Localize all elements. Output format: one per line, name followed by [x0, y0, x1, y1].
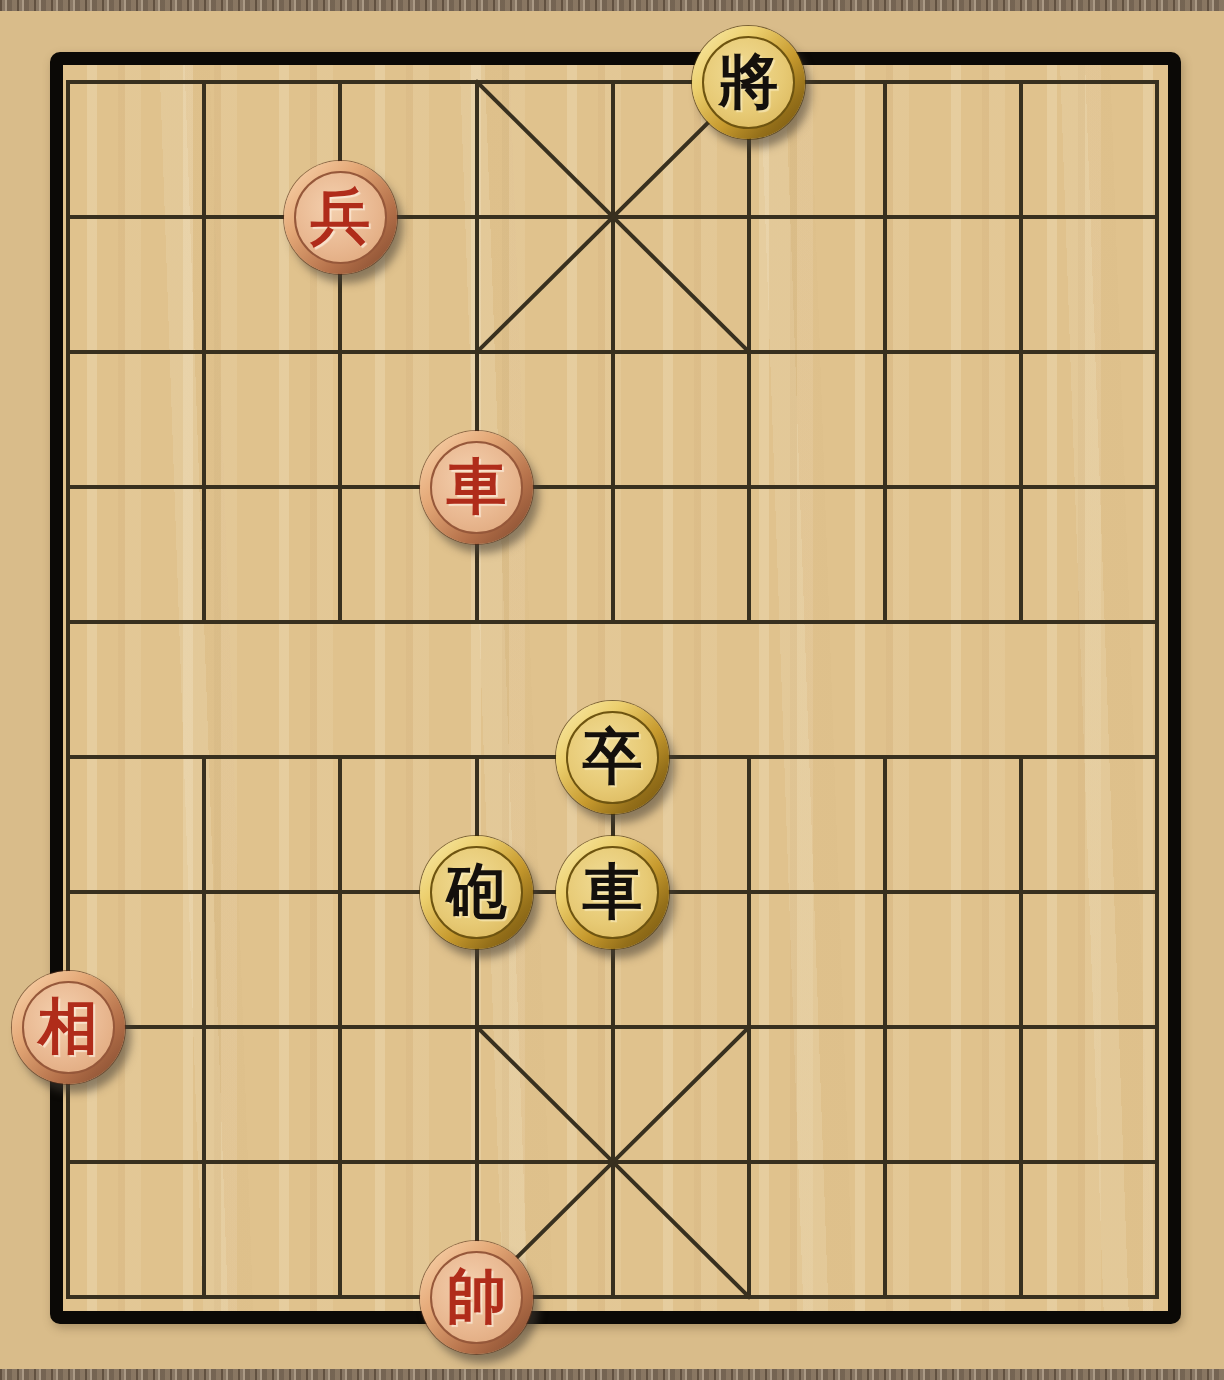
piece-face: 砲	[430, 846, 523, 939]
piece-black-cannon[interactable]: 砲	[420, 836, 533, 949]
piece-face: 將	[702, 36, 795, 129]
piece-face: 車	[566, 846, 659, 939]
piece-red-general[interactable]: 帥	[420, 1241, 533, 1354]
piece-black-general[interactable]: 將	[692, 26, 805, 139]
piece-face: 帥	[430, 1251, 523, 1344]
table-edge-top	[0, 0, 1224, 11]
piece-black-soldier[interactable]: 卒	[556, 701, 669, 814]
piece-glyph: 將	[719, 51, 779, 111]
piece-red-elephant[interactable]: 相	[12, 971, 125, 1084]
piece-glyph: 車	[582, 861, 642, 921]
piece-face: 車	[430, 441, 523, 534]
table-edge-bottom	[0, 1369, 1224, 1380]
piece-glyph: 帥	[446, 1266, 506, 1326]
piece-face: 兵	[294, 171, 387, 264]
piece-face: 相	[22, 981, 115, 1074]
piece-face: 卒	[566, 711, 659, 804]
piece-glyph: 砲	[446, 861, 506, 921]
piece-grid: 將兵車卒砲車相帥	[0, 15, 1224, 1365]
piece-glyph: 車	[446, 456, 506, 516]
piece-red-soldier[interactable]: 兵	[284, 161, 397, 274]
piece-glyph: 卒	[582, 726, 642, 786]
piece-black-chariot[interactable]: 車	[556, 836, 669, 949]
piece-glyph: 相	[38, 996, 98, 1056]
piece-red-chariot[interactable]: 車	[420, 431, 533, 544]
xiangqi-app: { "game": "xiangqi", "board": { "files":…	[0, 0, 1224, 1380]
piece-glyph: 兵	[310, 186, 370, 246]
